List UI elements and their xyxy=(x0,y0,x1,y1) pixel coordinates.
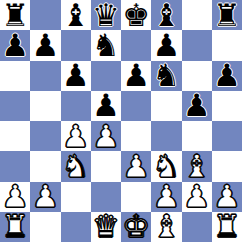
square-c7[interactable] xyxy=(61,30,91,60)
square-h3[interactable] xyxy=(212,151,242,181)
square-f6[interactable]: ♞ xyxy=(151,61,181,91)
square-c6[interactable]: ♟ xyxy=(61,61,91,91)
square-d5[interactable]: ♟ xyxy=(91,91,121,121)
piece-black-queen[interactable]: ♛ xyxy=(92,0,120,30)
square-h6[interactable]: ♟ xyxy=(212,61,242,91)
square-c3[interactable]: ♞ xyxy=(61,151,91,181)
piece-white-pawn[interactable]: ♟ xyxy=(183,182,211,212)
piece-white-rook[interactable]: ♜ xyxy=(1,212,29,242)
piece-black-pawn[interactable]: ♟ xyxy=(92,91,120,121)
square-c1[interactable] xyxy=(61,212,91,242)
square-c8[interactable]: ♝ xyxy=(61,0,91,30)
square-f1[interactable]: ♝ xyxy=(151,212,181,242)
square-e4[interactable] xyxy=(121,121,151,151)
square-d8[interactable]: ♛ xyxy=(91,0,121,30)
square-h4[interactable] xyxy=(212,121,242,151)
square-e7[interactable] xyxy=(121,30,151,60)
square-g1[interactable] xyxy=(182,212,212,242)
square-f5[interactable] xyxy=(151,91,181,121)
square-a4[interactable] xyxy=(0,121,30,151)
square-h7[interactable] xyxy=(212,30,242,60)
square-b8[interactable] xyxy=(30,0,60,30)
square-a5[interactable] xyxy=(0,91,30,121)
square-g5[interactable]: ♟ xyxy=(182,91,212,121)
piece-white-pawn[interactable]: ♟ xyxy=(1,182,29,212)
square-f2[interactable]: ♟ xyxy=(151,182,181,212)
square-b2[interactable]: ♟ xyxy=(30,182,60,212)
piece-black-pawn[interactable]: ♟ xyxy=(31,30,59,60)
square-e5[interactable] xyxy=(121,91,151,121)
square-c5[interactable] xyxy=(61,91,91,121)
piece-black-pawn[interactable]: ♟ xyxy=(213,61,241,91)
square-h1[interactable]: ♜ xyxy=(212,212,242,242)
piece-black-king[interactable]: ♚ xyxy=(122,0,150,30)
square-d6[interactable] xyxy=(91,61,121,91)
square-g6[interactable] xyxy=(182,61,212,91)
square-d1[interactable]: ♛ xyxy=(91,212,121,242)
square-f7[interactable]: ♟ xyxy=(151,30,181,60)
square-a6[interactable] xyxy=(0,61,30,91)
square-c4[interactable]: ♟ xyxy=(61,121,91,151)
square-g3[interactable]: ♝ xyxy=(182,151,212,181)
chess-board: ♜♝♛♚♝♜♟♟♞♟♟♟♞♟♟♟♟♟♞♟♞♝♟♟♟♟♟♜♛♚♝♜ xyxy=(0,0,242,242)
square-b4[interactable] xyxy=(30,121,60,151)
piece-white-knight[interactable]: ♞ xyxy=(152,151,180,181)
square-h2[interactable]: ♟ xyxy=(212,182,242,212)
piece-white-pawn[interactable]: ♟ xyxy=(152,182,180,212)
piece-black-rook[interactable]: ♜ xyxy=(1,0,29,30)
piece-black-rook[interactable]: ♜ xyxy=(213,0,241,30)
piece-white-pawn[interactable]: ♟ xyxy=(62,121,90,151)
piece-black-knight[interactable]: ♞ xyxy=(152,61,180,91)
piece-black-pawn[interactable]: ♟ xyxy=(122,61,150,91)
piece-white-king[interactable]: ♚ xyxy=(122,212,150,242)
square-a2[interactable]: ♟ xyxy=(0,182,30,212)
square-a8[interactable]: ♜ xyxy=(0,0,30,30)
piece-black-pawn[interactable]: ♟ xyxy=(183,91,211,121)
square-d7[interactable]: ♞ xyxy=(91,30,121,60)
square-g8[interactable] xyxy=(182,0,212,30)
piece-white-pawn[interactable]: ♟ xyxy=(92,121,120,151)
square-a7[interactable]: ♟ xyxy=(0,30,30,60)
piece-black-bishop[interactable]: ♝ xyxy=(62,0,90,30)
square-e8[interactable]: ♚ xyxy=(121,0,151,30)
square-b5[interactable] xyxy=(30,91,60,121)
piece-white-pawn[interactable]: ♟ xyxy=(31,182,59,212)
piece-black-pawn[interactable]: ♟ xyxy=(62,61,90,91)
piece-white-bishop[interactable]: ♝ xyxy=(183,151,211,181)
piece-white-pawn[interactable]: ♟ xyxy=(213,182,241,212)
piece-white-queen[interactable]: ♛ xyxy=(92,212,120,242)
square-f4[interactable] xyxy=(151,121,181,151)
square-b1[interactable] xyxy=(30,212,60,242)
square-e1[interactable]: ♚ xyxy=(121,212,151,242)
square-b7[interactable]: ♟ xyxy=(30,30,60,60)
square-f3[interactable]: ♞ xyxy=(151,151,181,181)
piece-black-bishop[interactable]: ♝ xyxy=(152,0,180,30)
piece-white-pawn[interactable]: ♟ xyxy=(122,151,150,181)
square-e3[interactable]: ♟ xyxy=(121,151,151,181)
square-g2[interactable]: ♟ xyxy=(182,182,212,212)
square-f8[interactable]: ♝ xyxy=(151,0,181,30)
square-b3[interactable] xyxy=(30,151,60,181)
square-a1[interactable]: ♜ xyxy=(0,212,30,242)
piece-white-rook[interactable]: ♜ xyxy=(213,212,241,242)
square-c2[interactable] xyxy=(61,182,91,212)
square-h5[interactable] xyxy=(212,91,242,121)
piece-white-bishop[interactable]: ♝ xyxy=(152,212,180,242)
square-d2[interactable] xyxy=(91,182,121,212)
square-b6[interactable] xyxy=(30,61,60,91)
square-h8[interactable]: ♜ xyxy=(212,0,242,30)
piece-black-pawn[interactable]: ♟ xyxy=(1,30,29,60)
square-g7[interactable] xyxy=(182,30,212,60)
square-d4[interactable]: ♟ xyxy=(91,121,121,151)
square-a3[interactable] xyxy=(0,151,30,181)
square-e2[interactable] xyxy=(121,182,151,212)
square-d3[interactable] xyxy=(91,151,121,181)
square-e6[interactable]: ♟ xyxy=(121,61,151,91)
piece-white-knight[interactable]: ♞ xyxy=(62,151,90,181)
piece-black-pawn[interactable]: ♟ xyxy=(152,30,180,60)
piece-black-knight[interactable]: ♞ xyxy=(92,30,120,60)
square-g4[interactable] xyxy=(182,121,212,151)
